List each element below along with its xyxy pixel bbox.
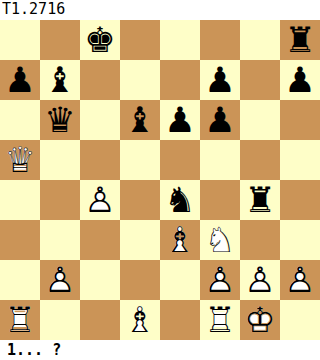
square-f3[interactable]: ♞♘ bbox=[200, 220, 240, 260]
black-pawn-piece[interactable]: ♟ bbox=[200, 100, 240, 140]
white-pawn-piece[interactable]: ♟♙ bbox=[40, 260, 80, 300]
square-g5[interactable] bbox=[240, 140, 280, 180]
piece-outline: ♗ bbox=[160, 220, 200, 260]
square-a8[interactable] bbox=[0, 20, 40, 60]
piece-outline: ♔ bbox=[240, 300, 280, 340]
piece-outline: ♙ bbox=[80, 180, 120, 220]
black-king-piece[interactable]: ♚ bbox=[80, 20, 120, 60]
square-b7[interactable]: ♝ bbox=[40, 60, 80, 100]
square-a2[interactable] bbox=[0, 260, 40, 300]
square-f7[interactable]: ♟ bbox=[200, 60, 240, 100]
black-pawn-piece[interactable]: ♟ bbox=[0, 60, 40, 100]
square-d3[interactable] bbox=[120, 220, 160, 260]
square-c7[interactable] bbox=[80, 60, 120, 100]
black-rook-piece[interactable]: ♜ bbox=[240, 180, 280, 220]
square-e2[interactable] bbox=[160, 260, 200, 300]
white-bishop-piece[interactable]: ♝♗ bbox=[160, 220, 200, 260]
black-queen-piece[interactable]: ♛ bbox=[40, 100, 80, 140]
square-h6[interactable] bbox=[280, 100, 320, 140]
square-b3[interactable] bbox=[40, 220, 80, 260]
square-h3[interactable] bbox=[280, 220, 320, 260]
black-bishop-piece[interactable]: ♝ bbox=[40, 60, 80, 100]
square-g7[interactable] bbox=[240, 60, 280, 100]
piece-outline: ♖ bbox=[200, 300, 240, 340]
square-h7[interactable]: ♟ bbox=[280, 60, 320, 100]
piece-outline: ♙ bbox=[240, 260, 280, 300]
square-f4[interactable] bbox=[200, 180, 240, 220]
square-c3[interactable] bbox=[80, 220, 120, 260]
square-b4[interactable] bbox=[40, 180, 80, 220]
square-a6[interactable] bbox=[0, 100, 40, 140]
square-h8[interactable]: ♜ bbox=[280, 20, 320, 60]
square-b8[interactable] bbox=[40, 20, 80, 60]
piece-outline: ♙ bbox=[200, 260, 240, 300]
square-d2[interactable] bbox=[120, 260, 160, 300]
square-a4[interactable] bbox=[0, 180, 40, 220]
square-g3[interactable] bbox=[240, 220, 280, 260]
square-b1[interactable] bbox=[40, 300, 80, 340]
square-g1[interactable]: ♚♔ bbox=[240, 300, 280, 340]
square-g2[interactable]: ♟♙ bbox=[240, 260, 280, 300]
square-e6[interactable]: ♟ bbox=[160, 100, 200, 140]
square-f6[interactable]: ♟ bbox=[200, 100, 240, 140]
piece-outline: ♕ bbox=[0, 140, 40, 180]
square-c2[interactable] bbox=[80, 260, 120, 300]
square-g6[interactable] bbox=[240, 100, 280, 140]
white-rook-piece[interactable]: ♜♖ bbox=[0, 300, 40, 340]
puzzle-title-text: T1.2716 bbox=[2, 0, 65, 18]
white-pawn-piece[interactable]: ♟♙ bbox=[280, 260, 320, 300]
square-f5[interactable] bbox=[200, 140, 240, 180]
black-knight-piece[interactable]: ♞ bbox=[160, 180, 200, 220]
square-e8[interactable] bbox=[160, 20, 200, 60]
move-prompt-text: 1... ? bbox=[7, 341, 61, 359]
square-f2[interactable]: ♟♙ bbox=[200, 260, 240, 300]
square-a5[interactable]: ♛♕ bbox=[0, 140, 40, 180]
square-g4[interactable]: ♜ bbox=[240, 180, 280, 220]
square-d8[interactable] bbox=[120, 20, 160, 60]
piece-outline: ♖ bbox=[0, 300, 40, 340]
square-a1[interactable]: ♜♖ bbox=[0, 300, 40, 340]
white-queen-piece[interactable]: ♛♕ bbox=[0, 140, 40, 180]
square-a3[interactable] bbox=[0, 220, 40, 260]
square-a7[interactable]: ♟ bbox=[0, 60, 40, 100]
black-pawn-piece[interactable]: ♟ bbox=[160, 100, 200, 140]
square-f1[interactable]: ♜♖ bbox=[200, 300, 240, 340]
square-d1[interactable]: ♝♗ bbox=[120, 300, 160, 340]
square-c8[interactable]: ♚ bbox=[80, 20, 120, 60]
square-e4[interactable]: ♞ bbox=[160, 180, 200, 220]
move-prompt: 1... ? bbox=[0, 340, 320, 360]
chess-board: ♚♜♟♝♟♟♛♝♟♟♛♕♟♙♞♜♝♗♞♘♟♙♟♙♟♙♟♙♜♖♝♗♜♖♚♔ bbox=[0, 20, 320, 340]
square-d6[interactable]: ♝ bbox=[120, 100, 160, 140]
white-king-piece[interactable]: ♚♔ bbox=[240, 300, 280, 340]
black-pawn-piece[interactable]: ♟ bbox=[280, 60, 320, 100]
square-c6[interactable] bbox=[80, 100, 120, 140]
square-f8[interactable] bbox=[200, 20, 240, 60]
square-c1[interactable] bbox=[80, 300, 120, 340]
white-pawn-piece[interactable]: ♟♙ bbox=[200, 260, 240, 300]
puzzle-title: T1.2716 bbox=[0, 0, 320, 20]
black-bishop-piece[interactable]: ♝ bbox=[120, 100, 160, 140]
square-b5[interactable] bbox=[40, 140, 80, 180]
square-g8[interactable] bbox=[240, 20, 280, 60]
piece-outline: ♘ bbox=[200, 220, 240, 260]
square-e5[interactable] bbox=[160, 140, 200, 180]
square-h2[interactable]: ♟♙ bbox=[280, 260, 320, 300]
white-pawn-piece[interactable]: ♟♙ bbox=[80, 180, 120, 220]
square-d5[interactable] bbox=[120, 140, 160, 180]
square-c5[interactable] bbox=[80, 140, 120, 180]
square-h4[interactable] bbox=[280, 180, 320, 220]
piece-outline: ♙ bbox=[40, 260, 80, 300]
white-bishop-piece[interactable]: ♝♗ bbox=[120, 300, 160, 340]
square-e7[interactable] bbox=[160, 60, 200, 100]
white-knight-piece[interactable]: ♞♘ bbox=[200, 220, 240, 260]
square-c4[interactable]: ♟♙ bbox=[80, 180, 120, 220]
square-e1[interactable] bbox=[160, 300, 200, 340]
black-pawn-piece[interactable]: ♟ bbox=[200, 60, 240, 100]
square-d4[interactable] bbox=[120, 180, 160, 220]
square-e3[interactable]: ♝♗ bbox=[160, 220, 200, 260]
square-d7[interactable] bbox=[120, 60, 160, 100]
square-b2[interactable]: ♟♙ bbox=[40, 260, 80, 300]
white-pawn-piece[interactable]: ♟♙ bbox=[240, 260, 280, 300]
black-rook-piece[interactable]: ♜ bbox=[280, 20, 320, 60]
square-h1[interactable] bbox=[280, 300, 320, 340]
piece-outline: ♗ bbox=[120, 300, 160, 340]
square-b6[interactable]: ♛ bbox=[40, 100, 80, 140]
square-h5[interactable] bbox=[280, 140, 320, 180]
piece-outline: ♙ bbox=[280, 260, 320, 300]
white-rook-piece[interactable]: ♜♖ bbox=[200, 300, 240, 340]
